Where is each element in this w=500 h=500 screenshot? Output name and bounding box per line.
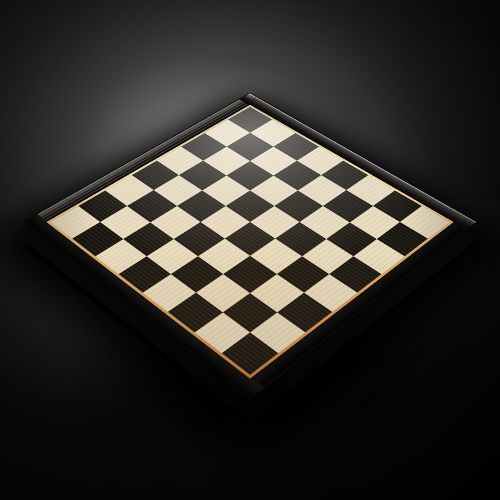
vignette-overlay [0, 0, 500, 500]
scene [0, 0, 500, 500]
